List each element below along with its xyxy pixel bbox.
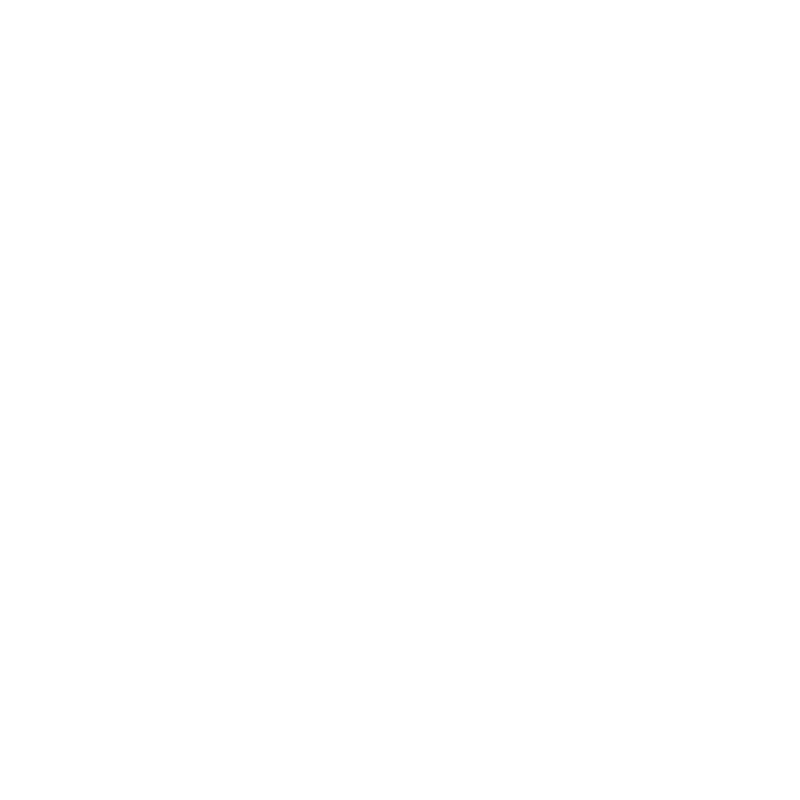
scene: [0, 0, 800, 800]
